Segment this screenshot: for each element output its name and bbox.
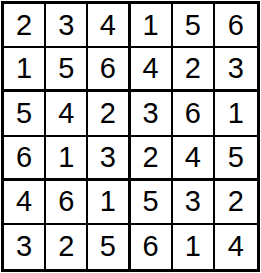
sudoku-cell-r4c3[interactable]: 3 <box>88 137 130 181</box>
sudoku-cell-r3c6[interactable]: 1 <box>215 92 257 136</box>
sudoku-cell-r2c1[interactable]: 1 <box>4 48 46 92</box>
sudoku-cell-r3c5[interactable]: 6 <box>173 92 215 136</box>
sudoku-cell-r3c4[interactable]: 3 <box>131 92 173 136</box>
sudoku-cell-r6c1[interactable]: 3 <box>4 225 46 269</box>
sudoku-cell-r3c3[interactable]: 2 <box>88 92 130 136</box>
sudoku-page: 234156156423542361613245461532325614 <box>0 0 261 273</box>
sudoku-cell-r4c1[interactable]: 6 <box>4 137 46 181</box>
sudoku-cell-r3c1[interactable]: 5 <box>4 92 46 136</box>
sudoku-cell-r1c1[interactable]: 2 <box>4 4 46 48</box>
sudoku-cell-r4c6[interactable]: 5 <box>215 137 257 181</box>
sudoku-cell-r5c1[interactable]: 4 <box>4 181 46 225</box>
sudoku-cell-r4c5[interactable]: 4 <box>173 137 215 181</box>
sudoku-cell-r3c2[interactable]: 4 <box>46 92 88 136</box>
sudoku-cell-r2c5[interactable]: 2 <box>173 48 215 92</box>
sudoku-cell-r6c4[interactable]: 6 <box>131 225 173 269</box>
sudoku-cell-r5c4[interactable]: 5 <box>131 181 173 225</box>
sudoku-cell-r5c3[interactable]: 1 <box>88 181 130 225</box>
sudoku-cell-r6c5[interactable]: 1 <box>173 225 215 269</box>
sudoku-cell-r1c4[interactable]: 1 <box>131 4 173 48</box>
sudoku-cell-r2c4[interactable]: 4 <box>131 48 173 92</box>
sudoku-board: 234156156423542361613245461532325614 <box>1 1 260 272</box>
sudoku-cell-r2c2[interactable]: 5 <box>46 48 88 92</box>
sudoku-cell-r4c4[interactable]: 2 <box>131 137 173 181</box>
sudoku-cell-r1c3[interactable]: 4 <box>88 4 130 48</box>
sudoku-cell-r1c5[interactable]: 5 <box>173 4 215 48</box>
sudoku-cell-r6c6[interactable]: 4 <box>215 225 257 269</box>
sudoku-cell-r6c3[interactable]: 5 <box>88 225 130 269</box>
sudoku-cell-r6c2[interactable]: 2 <box>46 225 88 269</box>
sudoku-cell-r5c2[interactable]: 6 <box>46 181 88 225</box>
sudoku-cell-r4c2[interactable]: 1 <box>46 137 88 181</box>
sudoku-cell-r2c6[interactable]: 3 <box>215 48 257 92</box>
sudoku-cell-r5c6[interactable]: 2 <box>215 181 257 225</box>
sudoku-cell-r1c6[interactable]: 6 <box>215 4 257 48</box>
sudoku-cell-r5c5[interactable]: 3 <box>173 181 215 225</box>
sudoku-cell-r1c2[interactable]: 3 <box>46 4 88 48</box>
sudoku-cell-r2c3[interactable]: 6 <box>88 48 130 92</box>
